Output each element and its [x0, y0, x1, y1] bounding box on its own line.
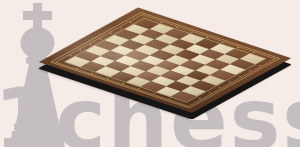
inlay-dot — [99, 38, 102, 39]
inlay-dot — [198, 98, 201, 99]
inlay-dot — [218, 87, 221, 88]
inlay-dot — [129, 22, 132, 23]
inlay-dot — [258, 65, 261, 66]
inlay-dot — [91, 73, 94, 74]
inlay-dot — [153, 93, 156, 94]
inlay-dot — [228, 81, 231, 82]
inlay-dot — [122, 83, 125, 84]
inlay-dot — [109, 33, 112, 34]
inlay-dot — [89, 44, 92, 45]
inlay-dot — [137, 88, 140, 89]
inlay-dot — [238, 76, 241, 77]
inlay-dot — [168, 98, 171, 99]
inlay-dot — [69, 55, 72, 56]
inlay-dot — [119, 27, 122, 28]
product-photo: 1chess — [0, 0, 300, 147]
inlay-dot — [106, 78, 109, 79]
inlay-dot — [208, 92, 211, 93]
inlay-dot — [248, 70, 251, 71]
inlay-dot — [76, 68, 79, 69]
inlay-dot — [79, 49, 82, 50]
